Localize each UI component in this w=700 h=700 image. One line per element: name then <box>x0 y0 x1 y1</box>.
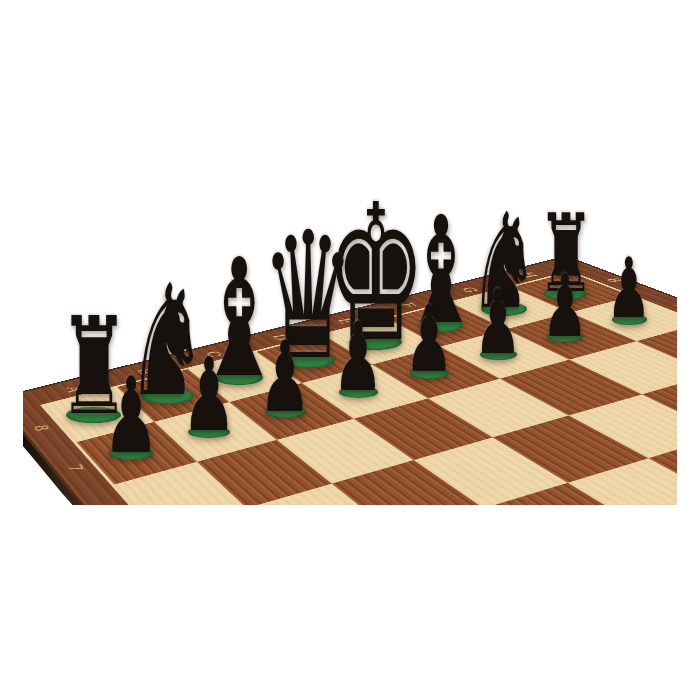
piece-black-pawn-a7: ♟ <box>84 363 178 468</box>
black-pawn-glyph: ♟ <box>333 310 384 405</box>
black-pawn-glyph: ♟ <box>607 248 652 331</box>
black-pawn-glyph: ♟ <box>542 263 588 349</box>
black-pawn-glyph: ♟ <box>405 294 454 386</box>
black-pawn-glyph: ♟ <box>102 363 159 468</box>
pieces-layer: ♜♞♝♛♚♝♞♜♟♟♟♟♟♟♟♟ <box>23 0 677 505</box>
photo-crop: ABCDEFGH8765432187654321 ♜♞♝♛♚♝♞♜♟♟♟♟♟♟♟… <box>23 0 677 505</box>
black-pawn-glyph: ♟ <box>259 327 312 425</box>
black-pawn-glyph: ♟ <box>182 345 237 446</box>
black-pawn-glyph: ♟ <box>474 278 522 367</box>
product-photo: ABCDEFGH8765432187654321 ♜♞♝♛♚♝♞♜♟♟♟♟♟♟♟… <box>0 0 700 700</box>
